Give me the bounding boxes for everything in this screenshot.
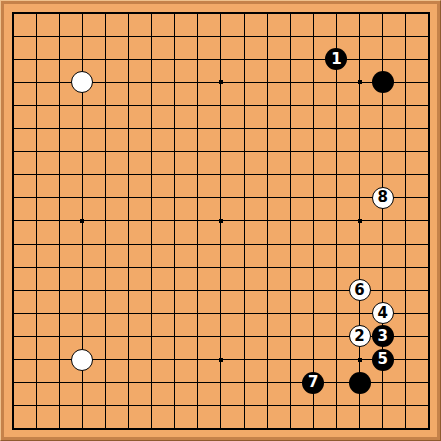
go-board: 12345678 xyxy=(13,13,429,429)
grid-line-vertical xyxy=(313,13,314,429)
grid-line-vertical xyxy=(290,13,291,429)
star-point xyxy=(358,358,362,362)
grid-line-vertical xyxy=(336,13,337,429)
grid-line-vertical xyxy=(244,13,245,429)
star-point xyxy=(80,219,84,223)
stone-white-move-8: 8 xyxy=(372,187,394,209)
move-number-label: 6 xyxy=(354,282,364,297)
move-number-label: 3 xyxy=(377,328,387,343)
star-point xyxy=(219,80,223,84)
stone-black-move-7: 7 xyxy=(302,372,324,394)
grid-line-horizontal xyxy=(13,244,429,245)
stone-black-move-5: 5 xyxy=(372,349,394,371)
move-number-label: 4 xyxy=(377,305,387,320)
grid-line-horizontal xyxy=(13,267,429,268)
grid-line-horizontal xyxy=(13,313,429,314)
move-number-label: 1 xyxy=(331,51,341,66)
move-number-label: 2 xyxy=(354,328,364,343)
stone-white-move-4: 4 xyxy=(372,302,394,324)
move-number-label: 7 xyxy=(308,375,318,390)
star-point xyxy=(358,80,362,84)
go-board-background: 12345678 xyxy=(1,1,440,440)
grid-line-horizontal xyxy=(13,405,429,406)
stone-white-D4 xyxy=(71,349,93,371)
stone-black-move-3: 3 xyxy=(372,325,394,347)
move-number-label: 8 xyxy=(377,190,387,205)
move-number-label: 5 xyxy=(377,352,387,367)
star-point xyxy=(358,219,362,223)
grid-line-vertical xyxy=(405,13,406,429)
go-board-frame: 12345678 xyxy=(0,0,441,441)
stone-black-Q3 xyxy=(349,372,371,394)
stone-white-move-2: 2 xyxy=(349,325,371,347)
grid-line-vertical xyxy=(267,13,268,429)
star-point xyxy=(219,219,223,223)
stone-black-R16 xyxy=(372,71,394,93)
stone-white-move-6: 6 xyxy=(349,279,371,301)
star-point xyxy=(219,358,223,362)
